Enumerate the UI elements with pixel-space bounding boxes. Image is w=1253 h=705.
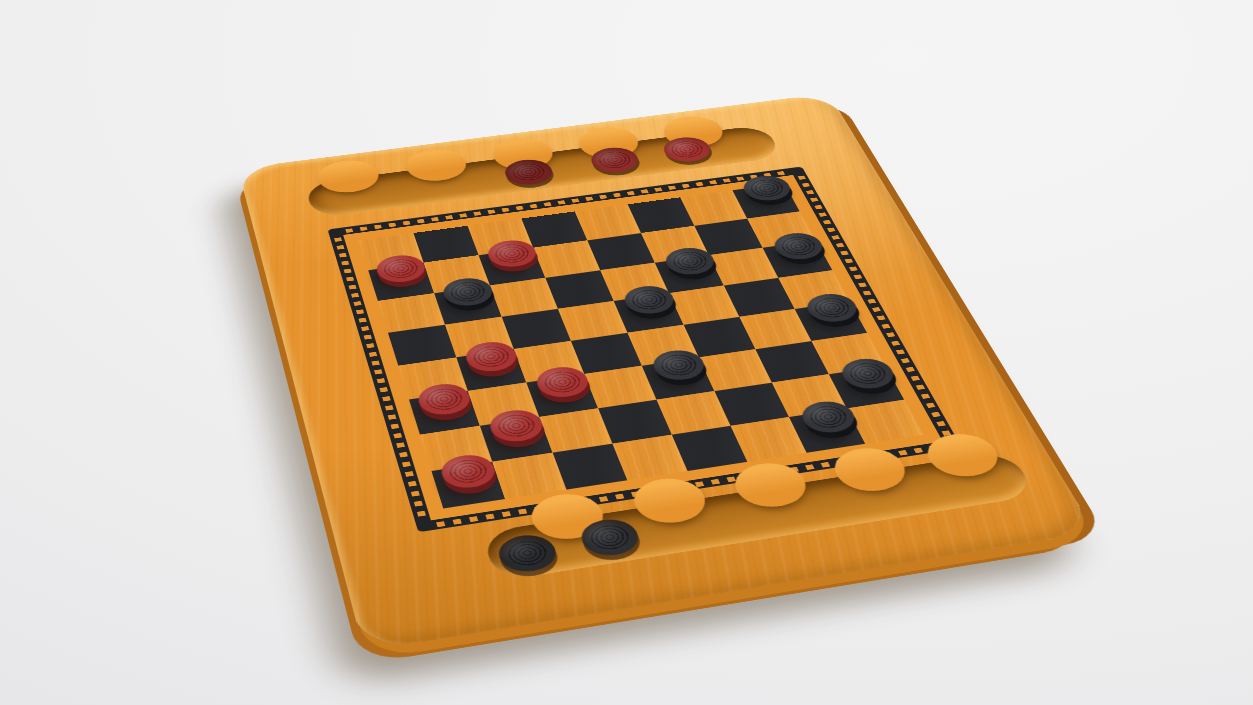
square-r6c3[interactable] — [526, 374, 598, 417]
scene — [0, 0, 1253, 705]
tray-red-checker[interactable] — [659, 135, 716, 164]
square-r7c2[interactable] — [480, 417, 553, 462]
red-checker[interactable] — [437, 452, 499, 491]
tray-black-checker[interactable] — [576, 516, 644, 559]
board — [238, 93, 1096, 651]
tray-red-checker[interactable] — [587, 145, 643, 175]
tray-black-checker[interactable] — [494, 532, 561, 576]
tray-red-checker[interactable] — [501, 157, 557, 187]
